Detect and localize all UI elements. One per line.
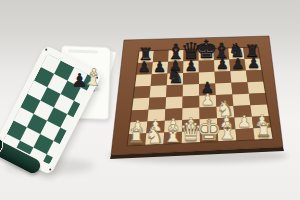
- black-pawn-b7: ♟: [153, 58, 166, 75]
- square-g5: [231, 82, 249, 94]
- product-photo-scene: ♜♝♛♚♝♞♜♟♟♟♟♟♟♟♞♟♟♞♟♟♟♟♟♟♟♜♞♝♛♚♝♜ ♞ ♟ ♝: [0, 0, 300, 200]
- white-pawn-g2: ♟: [237, 112, 251, 131]
- square-h4: [249, 93, 267, 105]
- square-a4: [132, 98, 150, 111]
- accessory-white-bishop: ♝: [82, 65, 105, 90]
- square-c4: [165, 96, 182, 108]
- black-pawn-a7: ♟: [137, 58, 150, 75]
- square-d5: [183, 84, 200, 96]
- square-a5: [133, 86, 151, 99]
- white-pawn-e4: ♟: [201, 91, 215, 109]
- square-h6: [246, 70, 264, 82]
- white-rook-a1: ♜: [128, 125, 145, 148]
- square-d6: [183, 72, 199, 84]
- square-a6: [135, 74, 152, 86]
- black-knight-c6: ♞: [166, 64, 184, 88]
- square-f5: [215, 83, 232, 95]
- black-pawn-g7: ♟: [231, 55, 244, 72]
- white-rook-h1: ♜: [255, 119, 272, 142]
- square-b5: [150, 85, 167, 97]
- square-b4: [148, 97, 166, 110]
- mat-snap-dot: [45, 48, 48, 51]
- bag-cinch: [68, 49, 98, 53]
- square-g6: [230, 71, 247, 83]
- square-d4: [182, 96, 199, 108]
- square-h5: [247, 82, 265, 94]
- black-pawn-f7: ♟: [216, 55, 229, 72]
- mat-snap-dot: [49, 168, 52, 171]
- square-f6: [215, 71, 232, 83]
- black-pawn-d7: ♟: [184, 57, 197, 74]
- square-b6: [151, 74, 168, 86]
- black-pawn-h7: ♟: [247, 54, 260, 71]
- white-bishop-f1: ♝: [216, 117, 238, 145]
